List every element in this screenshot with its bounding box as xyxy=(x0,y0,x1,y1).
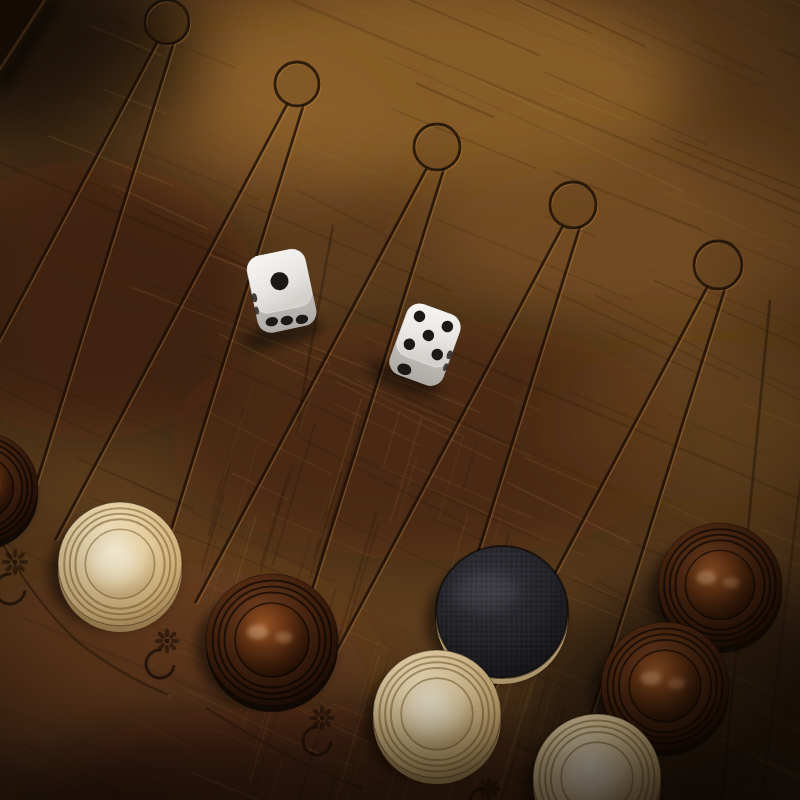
board-scene xyxy=(0,0,800,800)
lighting xyxy=(0,0,800,800)
backgammon-board-photo xyxy=(0,0,800,800)
